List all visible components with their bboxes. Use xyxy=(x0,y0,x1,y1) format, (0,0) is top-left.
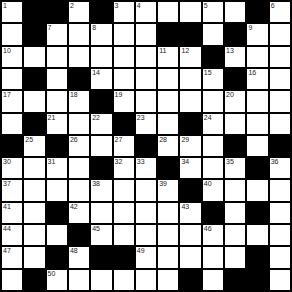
white-square[interactable] xyxy=(136,24,156,44)
white-square[interactable] xyxy=(270,225,290,245)
white-square[interactable]: 41 xyxy=(2,203,22,223)
black-square xyxy=(180,114,200,134)
black-square xyxy=(24,114,44,134)
black-square xyxy=(136,136,156,156)
clue-number: 16 xyxy=(248,69,256,77)
white-square[interactable]: 50 xyxy=(47,270,67,290)
white-square[interactable] xyxy=(180,69,200,89)
white-square[interactable]: 34 xyxy=(180,158,200,178)
black-square xyxy=(24,270,44,290)
clue-number: 5 xyxy=(204,2,208,10)
white-square[interactable]: 33 xyxy=(136,158,156,178)
white-square[interactable]: 40 xyxy=(203,180,223,200)
clue-number: 39 xyxy=(159,180,167,188)
white-square[interactable] xyxy=(158,91,178,111)
black-square xyxy=(91,2,111,22)
black-square xyxy=(270,136,290,156)
black-square xyxy=(180,180,200,200)
white-square[interactable]: 15 xyxy=(203,69,223,89)
clue-number: 17 xyxy=(3,91,11,99)
clue-number: 50 xyxy=(48,270,56,278)
white-square[interactable] xyxy=(91,203,111,223)
white-square[interactable]: 30 xyxy=(2,158,22,178)
white-square[interactable] xyxy=(270,114,290,134)
clue-number: 45 xyxy=(92,225,100,233)
clue-number: 2 xyxy=(70,2,74,10)
black-square xyxy=(247,247,267,267)
white-square[interactable]: 12 xyxy=(180,47,200,67)
white-square[interactable] xyxy=(270,180,290,200)
clue-number: 40 xyxy=(204,180,212,188)
white-square[interactable] xyxy=(270,270,290,290)
black-square xyxy=(247,158,267,178)
clue-number: 47 xyxy=(3,247,11,255)
white-square[interactable]: 44 xyxy=(2,225,22,245)
white-square[interactable]: 29 xyxy=(180,136,200,156)
black-square xyxy=(91,158,111,178)
black-square xyxy=(69,225,89,245)
white-square[interactable] xyxy=(203,24,223,44)
white-square[interactable]: 9 xyxy=(247,24,267,44)
white-square[interactable]: 31 xyxy=(47,158,67,178)
black-square xyxy=(203,47,223,67)
white-square[interactable] xyxy=(225,2,245,22)
black-square xyxy=(180,24,200,44)
clue-number: 14 xyxy=(92,69,100,77)
white-square[interactable]: 2 xyxy=(69,2,89,22)
white-square[interactable] xyxy=(2,270,22,290)
white-square[interactable] xyxy=(158,2,178,22)
white-square[interactable] xyxy=(158,203,178,223)
white-square[interactable]: 48 xyxy=(69,247,89,267)
white-square[interactable] xyxy=(225,247,245,267)
white-square[interactable] xyxy=(270,47,290,67)
white-square[interactable]: 46 xyxy=(203,225,223,245)
black-square xyxy=(114,114,134,134)
white-square[interactable] xyxy=(24,158,44,178)
white-square[interactable] xyxy=(91,270,111,290)
white-square[interactable]: 27 xyxy=(114,136,134,156)
white-square[interactable] xyxy=(203,247,223,267)
white-square[interactable] xyxy=(225,114,245,134)
white-square[interactable] xyxy=(2,69,22,89)
white-square[interactable]: 25 xyxy=(24,136,44,156)
white-square[interactable] xyxy=(158,270,178,290)
white-square[interactable] xyxy=(270,91,290,111)
black-square xyxy=(69,69,89,89)
clue-number: 25 xyxy=(25,136,33,144)
white-square[interactable] xyxy=(114,24,134,44)
clue-number: 27 xyxy=(115,136,123,144)
white-square[interactable]: 17 xyxy=(2,91,22,111)
white-square[interactable] xyxy=(47,225,67,245)
clue-number: 15 xyxy=(204,69,212,77)
white-square[interactable] xyxy=(247,47,267,67)
black-square xyxy=(158,158,178,178)
white-square[interactable] xyxy=(47,69,67,89)
white-square[interactable] xyxy=(24,47,44,67)
clue-number: 3 xyxy=(115,2,119,10)
white-square[interactable] xyxy=(136,203,156,223)
black-square xyxy=(225,270,245,290)
white-square[interactable] xyxy=(158,247,178,267)
white-square[interactable]: 13 xyxy=(225,47,245,67)
white-square[interactable]: 10 xyxy=(2,47,22,67)
white-square[interactable]: 1 xyxy=(2,2,22,22)
white-square[interactable] xyxy=(114,69,134,89)
white-square[interactable]: 6 xyxy=(270,2,290,22)
black-square xyxy=(225,69,245,89)
clue-number: 20 xyxy=(226,91,234,99)
white-square[interactable] xyxy=(180,2,200,22)
white-square[interactable]: 3 xyxy=(114,2,134,22)
white-square[interactable]: 26 xyxy=(69,136,89,156)
white-square[interactable]: 20 xyxy=(225,91,245,111)
white-square[interactable]: 43 xyxy=(180,203,200,223)
white-square[interactable] xyxy=(203,91,223,111)
white-square[interactable] xyxy=(247,91,267,111)
white-square[interactable] xyxy=(136,225,156,245)
clue-number: 37 xyxy=(3,180,11,188)
white-square[interactable] xyxy=(24,180,44,200)
white-square[interactable] xyxy=(180,247,200,267)
white-square[interactable]: 37 xyxy=(2,180,22,200)
clue-number: 44 xyxy=(3,225,11,233)
white-square[interactable]: 35 xyxy=(225,158,245,178)
white-square[interactable] xyxy=(69,180,89,200)
clue-number: 36 xyxy=(271,158,279,166)
clue-number: 8 xyxy=(92,24,96,32)
clue-number: 4 xyxy=(137,2,141,10)
white-square[interactable] xyxy=(91,47,111,67)
white-square[interactable] xyxy=(24,225,44,245)
white-square[interactable] xyxy=(158,114,178,134)
white-square[interactable] xyxy=(2,114,22,134)
clue-number: 49 xyxy=(137,247,145,255)
white-square[interactable] xyxy=(114,203,134,223)
white-square[interactable]: 18 xyxy=(69,91,89,111)
white-square[interactable] xyxy=(270,24,290,44)
clue-number: 12 xyxy=(181,47,189,55)
white-square[interactable] xyxy=(270,247,290,267)
white-square[interactable] xyxy=(270,69,290,89)
white-square[interactable]: 5 xyxy=(203,2,223,22)
black-square xyxy=(225,136,245,156)
white-square[interactable]: 14 xyxy=(91,69,111,89)
white-square[interactable]: 38 xyxy=(91,180,111,200)
black-square xyxy=(91,247,111,267)
clue-number: 23 xyxy=(137,114,145,122)
white-square[interactable] xyxy=(136,270,156,290)
clue-number: 38 xyxy=(92,180,100,188)
white-square[interactable] xyxy=(247,114,267,134)
white-square[interactable] xyxy=(114,225,134,245)
white-square[interactable] xyxy=(158,69,178,89)
clue-number: 30 xyxy=(3,158,11,166)
clue-number: 46 xyxy=(204,225,212,233)
white-square[interactable] xyxy=(69,47,89,67)
clue-number: 24 xyxy=(204,114,212,122)
black-square xyxy=(47,136,67,156)
clue-number: 13 xyxy=(226,47,234,55)
white-square[interactable] xyxy=(136,91,156,111)
white-square[interactable]: 47 xyxy=(2,247,22,267)
clue-number: 42 xyxy=(70,203,78,211)
white-square[interactable]: 45 xyxy=(91,225,111,245)
clue-number: 1 xyxy=(3,2,7,10)
clue-number: 29 xyxy=(181,136,189,144)
clue-number: 35 xyxy=(226,158,234,166)
white-square[interactable]: 22 xyxy=(91,114,111,134)
white-square[interactable] xyxy=(247,225,267,245)
white-square[interactable] xyxy=(203,270,223,290)
clue-number: 31 xyxy=(48,158,56,166)
clue-number: 19 xyxy=(115,91,123,99)
white-square[interactable]: 49 xyxy=(136,247,156,267)
clue-number: 9 xyxy=(248,24,252,32)
clue-number: 6 xyxy=(271,2,275,10)
clue-number: 22 xyxy=(92,114,100,122)
clue-number: 21 xyxy=(48,114,56,122)
clue-number: 41 xyxy=(3,203,11,211)
clue-number: 11 xyxy=(159,47,166,55)
black-square xyxy=(247,270,267,290)
white-square[interactable]: 16 xyxy=(247,69,267,89)
white-square[interactable] xyxy=(136,180,156,200)
clue-number: 43 xyxy=(181,203,189,211)
white-square[interactable]: 11 xyxy=(158,47,178,67)
black-square xyxy=(47,2,67,22)
black-square xyxy=(203,203,223,223)
crossword-grid: 1234567891011121314151617181920212223242… xyxy=(0,0,292,292)
white-square[interactable] xyxy=(69,270,89,290)
white-square[interactable] xyxy=(24,247,44,267)
white-square[interactable] xyxy=(24,203,44,223)
white-square[interactable] xyxy=(69,114,89,134)
clue-number: 7 xyxy=(48,24,52,32)
white-square[interactable]: 28 xyxy=(158,136,178,156)
black-square xyxy=(225,24,245,44)
white-square[interactable]: 32 xyxy=(114,158,134,178)
white-square[interactable] xyxy=(69,24,89,44)
white-square[interactable] xyxy=(69,158,89,178)
white-square[interactable]: 39 xyxy=(158,180,178,200)
white-square[interactable]: 7 xyxy=(47,24,67,44)
white-square[interactable] xyxy=(180,91,200,111)
black-square xyxy=(247,2,267,22)
clue-number: 18 xyxy=(70,91,78,99)
white-square[interactable] xyxy=(225,203,245,223)
white-square[interactable] xyxy=(47,180,67,200)
black-square xyxy=(158,24,178,44)
white-square[interactable]: 19 xyxy=(114,91,134,111)
clue-number: 33 xyxy=(137,158,145,166)
clue-number: 10 xyxy=(3,47,11,55)
white-square[interactable] xyxy=(114,180,134,200)
black-square xyxy=(114,247,134,267)
white-square[interactable] xyxy=(247,136,267,156)
clue-number: 26 xyxy=(70,136,78,144)
black-square xyxy=(91,91,111,111)
white-square[interactable] xyxy=(2,24,22,44)
clue-number: 48 xyxy=(70,247,78,255)
black-square xyxy=(24,2,44,22)
clue-number: 32 xyxy=(115,158,123,166)
white-square[interactable]: 8 xyxy=(91,24,111,44)
white-square[interactable] xyxy=(24,91,44,111)
white-square[interactable] xyxy=(91,136,111,156)
white-square[interactable] xyxy=(114,270,134,290)
black-square xyxy=(47,247,67,267)
white-square[interactable] xyxy=(136,69,156,89)
white-square[interactable] xyxy=(203,136,223,156)
white-square[interactable]: 21 xyxy=(47,114,67,134)
black-square xyxy=(47,203,67,223)
white-square[interactable] xyxy=(203,158,223,178)
white-square[interactable] xyxy=(47,91,67,111)
white-square[interactable]: 4 xyxy=(136,2,156,22)
black-square xyxy=(247,203,267,223)
white-square[interactable] xyxy=(114,47,134,67)
clue-number: 34 xyxy=(181,158,189,166)
white-square[interactable] xyxy=(225,180,245,200)
white-square[interactable]: 23 xyxy=(136,114,156,134)
black-square xyxy=(2,136,22,156)
white-square[interactable] xyxy=(247,180,267,200)
black-square xyxy=(24,69,44,89)
clue-number: 28 xyxy=(159,136,167,144)
white-square[interactable]: 42 xyxy=(69,203,89,223)
white-square[interactable]: 36 xyxy=(270,158,290,178)
black-square xyxy=(24,24,44,44)
white-square[interactable] xyxy=(225,225,245,245)
white-square[interactable] xyxy=(158,225,178,245)
white-square[interactable] xyxy=(47,47,67,67)
black-square xyxy=(180,270,200,290)
white-square[interactable]: 24 xyxy=(203,114,223,134)
white-square[interactable] xyxy=(136,47,156,67)
white-square[interactable] xyxy=(270,203,290,223)
white-square[interactable] xyxy=(180,225,200,245)
